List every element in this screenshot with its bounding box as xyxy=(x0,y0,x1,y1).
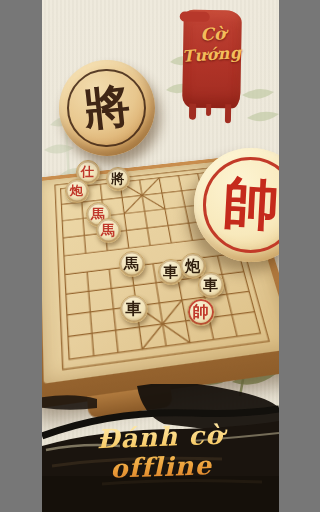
board-piece-red-cannon[interactable]: 炮 xyxy=(65,179,89,203)
title-line-1: Cờ xyxy=(199,23,225,46)
black-general-glyph: 將 xyxy=(80,75,132,141)
board-piece-red-horse[interactable]: 馬 xyxy=(96,218,121,243)
banner-drip xyxy=(224,104,230,123)
tagline-text: Đánh cờ offline xyxy=(42,418,279,486)
title-banner: Cờ Tướng xyxy=(182,10,242,109)
board-piece-black-chariot[interactable]: 車 xyxy=(120,295,148,323)
red-general-glyph: 帥 xyxy=(221,166,279,245)
large-black-general-piece: 將 xyxy=(59,60,155,156)
banner-brush-edge xyxy=(179,11,209,22)
banner-drip xyxy=(206,104,211,116)
app-screenshot: Cờ Tướng 將 xyxy=(42,0,279,512)
ink-footer: Đánh cờ offline xyxy=(42,384,279,512)
board-piece-black-horse[interactable]: 馬 xyxy=(119,251,145,277)
title-line-2: Tướng xyxy=(181,43,242,67)
banner-drip xyxy=(188,104,195,120)
board-piece-black-general[interactable]: 將 xyxy=(106,167,130,191)
board-piece-red-general[interactable]: 帥 xyxy=(187,298,215,326)
board-piece-black-chariot[interactable]: 車 xyxy=(198,272,224,298)
